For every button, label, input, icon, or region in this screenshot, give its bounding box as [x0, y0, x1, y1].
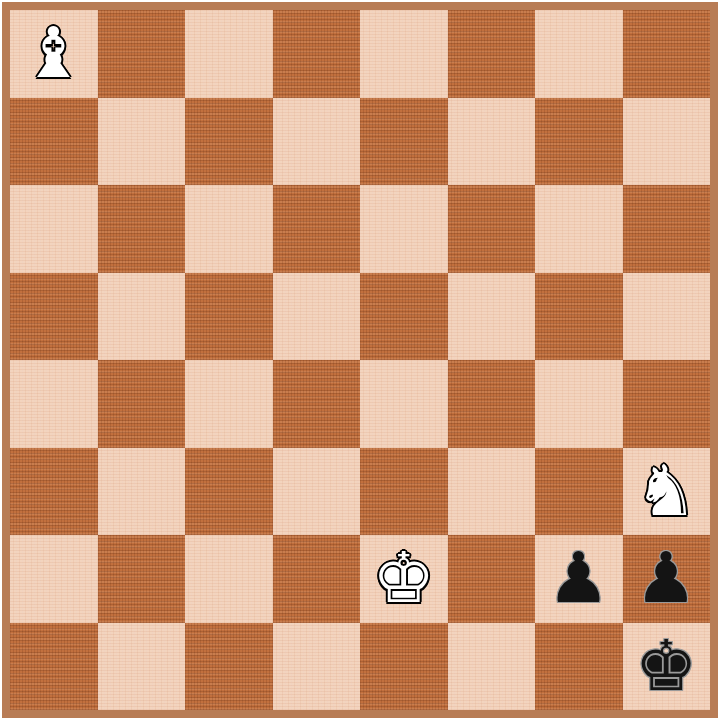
- piece-white-knight[interactable]: ♞: [635, 448, 698, 536]
- square-g6[interactable]: [535, 185, 623, 273]
- square-e2[interactable]: ♚: [360, 535, 448, 623]
- square-g2[interactable]: ♟: [535, 535, 623, 623]
- square-f8[interactable]: [448, 10, 536, 98]
- board-frame: ♝♞♚♟♟♚: [2, 2, 718, 718]
- square-g8[interactable]: [535, 10, 623, 98]
- square-b4[interactable]: [98, 360, 186, 448]
- square-b3[interactable]: [98, 448, 186, 536]
- square-h7[interactable]: [623, 98, 711, 186]
- square-g1[interactable]: [535, 623, 623, 711]
- square-c3[interactable]: [185, 448, 273, 536]
- square-f7[interactable]: [448, 98, 536, 186]
- piece-white-king[interactable]: ♚: [372, 535, 435, 623]
- square-e7[interactable]: [360, 98, 448, 186]
- board-page: ♝♞♚♟♟♚: [0, 0, 720, 720]
- square-h4[interactable]: [623, 360, 711, 448]
- square-e4[interactable]: [360, 360, 448, 448]
- square-c7[interactable]: [185, 98, 273, 186]
- square-g5[interactable]: [535, 273, 623, 361]
- square-b7[interactable]: [98, 98, 186, 186]
- square-b5[interactable]: [98, 273, 186, 361]
- square-e6[interactable]: [360, 185, 448, 273]
- piece-black-pawn[interactable]: ♟: [635, 535, 698, 623]
- square-c1[interactable]: [185, 623, 273, 711]
- square-e8[interactable]: [360, 10, 448, 98]
- square-d4[interactable]: [273, 360, 361, 448]
- square-b6[interactable]: [98, 185, 186, 273]
- square-d3[interactable]: [273, 448, 361, 536]
- square-f1[interactable]: [448, 623, 536, 711]
- square-h5[interactable]: [623, 273, 711, 361]
- square-c4[interactable]: [185, 360, 273, 448]
- square-h8[interactable]: [623, 10, 711, 98]
- square-g4[interactable]: [535, 360, 623, 448]
- square-b8[interactable]: [98, 10, 186, 98]
- square-d2[interactable]: [273, 535, 361, 623]
- square-b1[interactable]: [98, 623, 186, 711]
- square-d6[interactable]: [273, 185, 361, 273]
- piece-white-bishop[interactable]: ♝: [22, 10, 85, 98]
- square-a4[interactable]: [10, 360, 98, 448]
- square-e5[interactable]: [360, 273, 448, 361]
- square-a8[interactable]: ♝: [10, 10, 98, 98]
- square-c2[interactable]: [185, 535, 273, 623]
- square-f2[interactable]: [448, 535, 536, 623]
- square-h2[interactable]: ♟: [623, 535, 711, 623]
- piece-black-king[interactable]: ♚: [635, 623, 698, 711]
- square-a2[interactable]: [10, 535, 98, 623]
- square-a3[interactable]: [10, 448, 98, 536]
- piece-black-pawn[interactable]: ♟: [547, 535, 610, 623]
- square-h3[interactable]: ♞: [623, 448, 711, 536]
- square-h1[interactable]: ♚: [623, 623, 711, 711]
- square-d1[interactable]: [273, 623, 361, 711]
- square-e1[interactable]: [360, 623, 448, 711]
- square-f4[interactable]: [448, 360, 536, 448]
- square-h6[interactable]: [623, 185, 711, 273]
- square-a5[interactable]: [10, 273, 98, 361]
- square-a7[interactable]: [10, 98, 98, 186]
- square-d7[interactable]: [273, 98, 361, 186]
- square-f5[interactable]: [448, 273, 536, 361]
- square-d5[interactable]: [273, 273, 361, 361]
- square-c5[interactable]: [185, 273, 273, 361]
- square-d8[interactable]: [273, 10, 361, 98]
- square-g3[interactable]: [535, 448, 623, 536]
- chess-board: ♝♞♚♟♟♚: [10, 10, 710, 710]
- square-c6[interactable]: [185, 185, 273, 273]
- square-g7[interactable]: [535, 98, 623, 186]
- square-e3[interactable]: [360, 448, 448, 536]
- square-a6[interactable]: [10, 185, 98, 273]
- square-b2[interactable]: [98, 535, 186, 623]
- square-c8[interactable]: [185, 10, 273, 98]
- square-f3[interactable]: [448, 448, 536, 536]
- square-a1[interactable]: [10, 623, 98, 711]
- square-f6[interactable]: [448, 185, 536, 273]
